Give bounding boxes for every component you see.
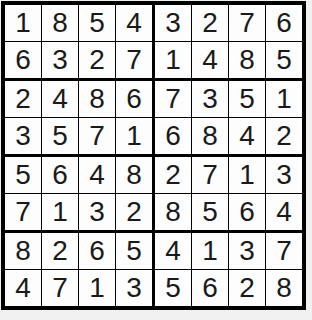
cell-r5c6[interactable]: 7	[192, 157, 229, 194]
cell-r2c4[interactable]: 7	[116, 42, 155, 81]
cell-r7c6[interactable]: 1	[192, 233, 229, 270]
cell-r4c7[interactable]: 4	[229, 118, 266, 157]
cell-r7c1[interactable]: 8	[5, 233, 42, 270]
cell-r6c5[interactable]: 8	[155, 194, 192, 233]
cell-r2c1[interactable]: 6	[5, 42, 42, 81]
sudoku-board: 1854327663271485248673513571684256482713…	[1, 1, 306, 310]
cell-r6c6[interactable]: 5	[192, 194, 229, 233]
cell-r6c2[interactable]: 1	[42, 194, 79, 233]
cell-r2c6[interactable]: 4	[192, 42, 229, 81]
cell-r5c3[interactable]: 4	[79, 157, 116, 194]
cell-r8c1[interactable]: 4	[5, 270, 42, 306]
cell-r3c1[interactable]: 2	[5, 81, 42, 118]
cell-r6c8[interactable]: 4	[266, 194, 302, 233]
cell-r4c2[interactable]: 5	[42, 118, 79, 157]
cell-r5c7[interactable]: 1	[229, 157, 266, 194]
cell-r3c6[interactable]: 3	[192, 81, 229, 118]
cell-r7c5[interactable]: 4	[155, 233, 192, 270]
cell-r5c4[interactable]: 8	[116, 157, 155, 194]
cell-r8c8[interactable]: 8	[266, 270, 302, 306]
cell-r3c7[interactable]: 5	[229, 81, 266, 118]
cell-r3c4[interactable]: 6	[116, 81, 155, 118]
cell-r2c5[interactable]: 1	[155, 42, 192, 81]
cell-r3c2[interactable]: 4	[42, 81, 79, 118]
cell-r8c6[interactable]: 6	[192, 270, 229, 306]
cell-r3c8[interactable]: 1	[266, 81, 302, 118]
cell-r1c1[interactable]: 1	[5, 5, 42, 42]
cell-r5c8[interactable]: 3	[266, 157, 302, 194]
cell-r8c2[interactable]: 7	[42, 270, 79, 306]
cell-r3c5[interactable]: 7	[155, 81, 192, 118]
cell-r1c8[interactable]: 6	[266, 5, 302, 42]
cell-r1c4[interactable]: 4	[116, 5, 155, 42]
cell-r6c1[interactable]: 7	[5, 194, 42, 233]
cell-r5c5[interactable]: 2	[155, 157, 192, 194]
cell-r5c1[interactable]: 5	[5, 157, 42, 194]
cell-r7c7[interactable]: 3	[229, 233, 266, 270]
cell-r7c8[interactable]: 7	[266, 233, 302, 270]
cell-r4c4[interactable]: 1	[116, 118, 155, 157]
cell-r4c3[interactable]: 7	[79, 118, 116, 157]
cell-r1c2[interactable]: 8	[42, 5, 79, 42]
cell-r1c6[interactable]: 2	[192, 5, 229, 42]
cell-r1c7[interactable]: 7	[229, 5, 266, 42]
cell-r6c4[interactable]: 2	[116, 194, 155, 233]
cell-r7c2[interactable]: 2	[42, 233, 79, 270]
cell-r6c7[interactable]: 6	[229, 194, 266, 233]
cell-r2c8[interactable]: 5	[266, 42, 302, 81]
cell-r4c8[interactable]: 2	[266, 118, 302, 157]
cell-r2c3[interactable]: 2	[79, 42, 116, 81]
cell-r4c1[interactable]: 3	[5, 118, 42, 157]
cell-r8c7[interactable]: 2	[229, 270, 266, 306]
cell-r4c5[interactable]: 6	[155, 118, 192, 157]
cell-r1c3[interactable]: 5	[79, 5, 116, 42]
cell-r2c2[interactable]: 3	[42, 42, 79, 81]
cell-r6c3[interactable]: 3	[79, 194, 116, 233]
cell-r8c4[interactable]: 3	[116, 270, 155, 306]
cell-r8c3[interactable]: 1	[79, 270, 116, 306]
cell-r2c7[interactable]: 8	[229, 42, 266, 81]
cell-r5c2[interactable]: 6	[42, 157, 79, 194]
cell-r4c6[interactable]: 8	[192, 118, 229, 157]
cell-r3c3[interactable]: 8	[79, 81, 116, 118]
cell-r7c3[interactable]: 6	[79, 233, 116, 270]
cell-r1c5[interactable]: 3	[155, 5, 192, 42]
cell-r7c4[interactable]: 5	[116, 233, 155, 270]
cell-r8c5[interactable]: 5	[155, 270, 192, 306]
